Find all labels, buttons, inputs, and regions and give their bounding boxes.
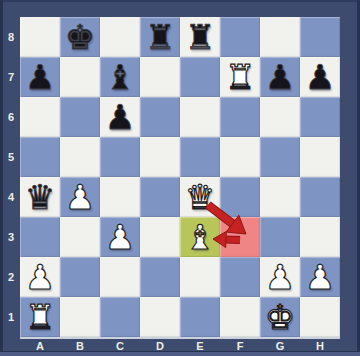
square-e8[interactable]: ♜ — [180, 17, 220, 57]
square-h8[interactable] — [300, 17, 340, 57]
frame-top-edge — [0, 0, 360, 2]
black-pawn-h7[interactable]: ♟ — [305, 57, 335, 97]
square-h1[interactable] — [300, 297, 340, 337]
square-h4[interactable] — [300, 177, 340, 217]
black-rook-d8[interactable]: ♜ — [145, 17, 175, 57]
square-f7[interactable]: ♜ — [220, 57, 260, 97]
square-g5[interactable] — [260, 137, 300, 177]
square-f1[interactable] — [220, 297, 260, 337]
black-pawn-c6[interactable]: ♟ — [105, 97, 135, 137]
square-f5[interactable] — [220, 137, 260, 177]
square-e7[interactable] — [180, 57, 220, 97]
square-a7[interactable]: ♟ — [20, 57, 60, 97]
black-rook-e8[interactable]: ♜ — [185, 17, 215, 57]
square-b5[interactable] — [60, 137, 100, 177]
rank-label-8: 8 — [3, 17, 19, 57]
square-d6[interactable] — [140, 97, 180, 137]
white-pawn-g2[interactable]: ♟ — [265, 257, 295, 297]
square-a5[interactable] — [20, 137, 60, 177]
square-b1[interactable] — [60, 297, 100, 337]
square-d8[interactable]: ♜ — [140, 17, 180, 57]
black-queen-a4[interactable]: ♛ — [25, 177, 55, 217]
square-a1[interactable]: ♜ — [20, 297, 60, 337]
square-d2[interactable] — [140, 257, 180, 297]
white-rook-f7[interactable]: ♜ — [225, 57, 255, 97]
rank-label-5: 5 — [3, 137, 19, 177]
square-g3[interactable] — [260, 217, 300, 257]
square-c2[interactable] — [100, 257, 140, 297]
square-e3[interactable]: ♝ — [180, 217, 220, 257]
square-h7[interactable]: ♟ — [300, 57, 340, 97]
square-g7[interactable]: ♟ — [260, 57, 300, 97]
square-c5[interactable] — [100, 137, 140, 177]
square-c8[interactable] — [100, 17, 140, 57]
square-c4[interactable] — [100, 177, 140, 217]
rank-label-7: 7 — [3, 57, 19, 97]
square-e4[interactable]: ♛ — [180, 177, 220, 217]
square-e5[interactable] — [180, 137, 220, 177]
rank-label-6: 6 — [3, 97, 19, 137]
chess-board-window: 87654321 ABCDEFGH ♚♜♜♟♝♜♟♟♟♛♟♛♟♝♟♟♟♜♚ — [0, 0, 360, 356]
square-f6[interactable] — [220, 97, 260, 137]
white-pawn-h2[interactable]: ♟ — [305, 257, 335, 297]
square-d5[interactable] — [140, 137, 180, 177]
square-b8[interactable]: ♚ — [60, 17, 100, 57]
square-h2[interactable]: ♟ — [300, 257, 340, 297]
square-e2[interactable] — [180, 257, 220, 297]
square-b2[interactable] — [60, 257, 100, 297]
white-bishop-e3[interactable]: ♝ — [185, 217, 215, 257]
square-d1[interactable] — [140, 297, 180, 337]
rank-label-1: 1 — [3, 297, 19, 337]
square-f2[interactable] — [220, 257, 260, 297]
rank-label-4: 4 — [3, 177, 19, 217]
square-d3[interactable] — [140, 217, 180, 257]
square-c3[interactable]: ♟ — [100, 217, 140, 257]
frame-bottom-strip — [0, 351, 360, 356]
square-a3[interactable] — [20, 217, 60, 257]
black-bishop-c7[interactable]: ♝ — [105, 57, 135, 97]
square-c1[interactable] — [100, 297, 140, 337]
square-f8[interactable] — [220, 17, 260, 57]
square-f3[interactable] — [220, 217, 260, 257]
white-queen-e4[interactable]: ♛ — [185, 177, 215, 217]
square-e6[interactable] — [180, 97, 220, 137]
white-pawn-c3[interactable]: ♟ — [105, 217, 135, 257]
black-pawn-a7[interactable]: ♟ — [25, 57, 55, 97]
square-d7[interactable] — [140, 57, 180, 97]
square-g6[interactable] — [260, 97, 300, 137]
square-b6[interactable] — [60, 97, 100, 137]
square-h5[interactable] — [300, 137, 340, 177]
white-rook-a1[interactable]: ♜ — [25, 297, 55, 337]
square-b3[interactable] — [60, 217, 100, 257]
square-d4[interactable] — [140, 177, 180, 217]
white-king-g1[interactable]: ♚ — [265, 297, 295, 337]
square-c6[interactable]: ♟ — [100, 97, 140, 137]
rank-label-2: 2 — [3, 257, 19, 297]
square-h6[interactable] — [300, 97, 340, 137]
square-h3[interactable] — [300, 217, 340, 257]
square-a8[interactable] — [20, 17, 60, 57]
square-g4[interactable] — [260, 177, 300, 217]
square-g1[interactable]: ♚ — [260, 297, 300, 337]
square-a6[interactable] — [20, 97, 60, 137]
white-pawn-b4[interactable]: ♟ — [65, 177, 95, 217]
black-king-b8[interactable]: ♚ — [65, 17, 95, 57]
square-a4[interactable]: ♛ — [20, 177, 60, 217]
black-pawn-g7[interactable]: ♟ — [265, 57, 295, 97]
chess-board[interactable]: ♚♜♜♟♝♜♟♟♟♛♟♛♟♝♟♟♟♜♚ — [20, 17, 340, 339]
square-g8[interactable] — [260, 17, 300, 57]
square-b4[interactable]: ♟ — [60, 177, 100, 217]
square-c7[interactable]: ♝ — [100, 57, 140, 97]
square-e1[interactable] — [180, 297, 220, 337]
rank-label-3: 3 — [3, 217, 19, 257]
square-f4[interactable] — [220, 177, 260, 217]
square-b7[interactable] — [60, 57, 100, 97]
square-g2[interactable]: ♟ — [260, 257, 300, 297]
square-a2[interactable]: ♟ — [20, 257, 60, 297]
white-pawn-a2[interactable]: ♟ — [25, 257, 55, 297]
